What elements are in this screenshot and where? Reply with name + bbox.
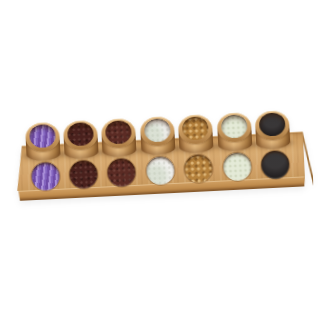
texture-cylinder-maroon-sandpaper[interactable] xyxy=(100,118,138,158)
cylinder-row xyxy=(15,131,303,146)
texture-cylinder-black-smooth[interactable] xyxy=(253,110,291,150)
texture-cylinder-purple-wave[interactable] xyxy=(23,122,61,162)
texture-cylinder-golden-cork[interactable] xyxy=(177,114,215,154)
texture-cylinder-dark-maroon-sandpaper[interactable] xyxy=(62,120,100,160)
wooden-board xyxy=(15,131,305,201)
texture-cylinder-white-fleece[interactable] xyxy=(138,116,176,156)
texture-cylinder-pale-green-felt[interactable] xyxy=(215,112,253,152)
photo-background xyxy=(0,0,320,320)
